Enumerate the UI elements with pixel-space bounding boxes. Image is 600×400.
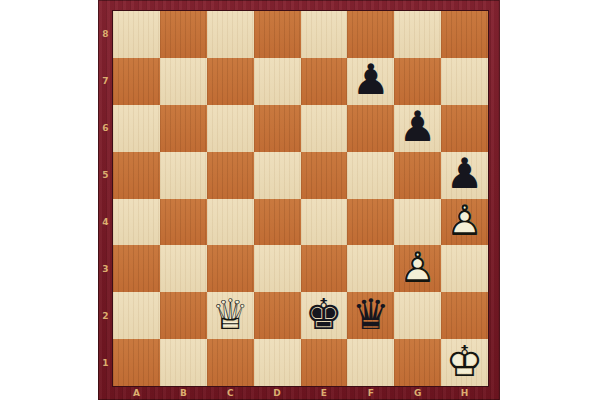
square-c8[interactable] <box>207 11 254 58</box>
rank-label-4: 4 <box>98 199 113 246</box>
file-label-h: H <box>441 386 488 400</box>
square-d2[interactable] <box>254 292 301 339</box>
square-a8[interactable] <box>113 11 160 58</box>
square-b5[interactable] <box>160 152 207 199</box>
rank-label-1: 1 <box>98 339 113 386</box>
square-d8[interactable] <box>254 11 301 58</box>
square-h6[interactable] <box>441 105 488 152</box>
piece-white-king: ♚♔ <box>441 339 488 386</box>
chess-board: ♟♟♟♟♙♟♙♛♕♚♛♚♔ <box>113 11 488 386</box>
square-f4[interactable] <box>347 199 394 246</box>
piece-white-pawn: ♟♙ <box>441 199 488 246</box>
piece-white-queen: ♛♕ <box>207 292 254 339</box>
square-f3[interactable] <box>347 245 394 292</box>
square-h7[interactable] <box>441 58 488 105</box>
square-g8[interactable] <box>394 11 441 58</box>
square-b8[interactable] <box>160 11 207 58</box>
file-label-f: F <box>347 386 394 400</box>
square-c1[interactable] <box>207 339 254 386</box>
square-f5[interactable] <box>347 152 394 199</box>
piece-black-pawn: ♟ <box>347 58 394 105</box>
square-d5[interactable] <box>254 152 301 199</box>
rank-label-2: 2 <box>98 292 113 339</box>
square-a3[interactable] <box>113 245 160 292</box>
rank-label-3: 3 <box>98 245 113 292</box>
square-d3[interactable] <box>254 245 301 292</box>
square-f7[interactable]: ♟ <box>347 58 394 105</box>
square-b4[interactable] <box>160 199 207 246</box>
rank-labels: 87654321 <box>98 11 113 386</box>
square-f8[interactable] <box>347 11 394 58</box>
square-h4[interactable]: ♟♙ <box>441 199 488 246</box>
square-h3[interactable] <box>441 245 488 292</box>
square-g1[interactable] <box>394 339 441 386</box>
square-d6[interactable] <box>254 105 301 152</box>
piece-white-pawn: ♟♙ <box>394 245 441 292</box>
square-a6[interactable] <box>113 105 160 152</box>
square-d4[interactable] <box>254 199 301 246</box>
square-c5[interactable] <box>207 152 254 199</box>
square-f1[interactable] <box>347 339 394 386</box>
file-label-c: C <box>207 386 254 400</box>
square-b6[interactable] <box>160 105 207 152</box>
square-g4[interactable] <box>394 199 441 246</box>
square-g5[interactable] <box>394 152 441 199</box>
square-b2[interactable] <box>160 292 207 339</box>
square-b1[interactable] <box>160 339 207 386</box>
square-e6[interactable] <box>301 105 348 152</box>
square-h5[interactable]: ♟ <box>441 152 488 199</box>
rank-label-8: 8 <box>98 11 113 58</box>
square-e2[interactable]: ♚ <box>301 292 348 339</box>
square-e5[interactable] <box>301 152 348 199</box>
square-a4[interactable] <box>113 199 160 246</box>
square-a2[interactable] <box>113 292 160 339</box>
square-g7[interactable] <box>394 58 441 105</box>
square-f6[interactable] <box>347 105 394 152</box>
piece-black-pawn: ♟ <box>394 105 441 152</box>
square-d7[interactable] <box>254 58 301 105</box>
square-h1[interactable]: ♚♔ <box>441 339 488 386</box>
piece-black-pawn: ♟ <box>441 152 488 199</box>
file-label-d: D <box>254 386 301 400</box>
square-g6[interactable]: ♟ <box>394 105 441 152</box>
rank-label-5: 5 <box>98 152 113 199</box>
piece-black-king: ♚ <box>301 292 348 339</box>
square-b3[interactable] <box>160 245 207 292</box>
square-h8[interactable] <box>441 11 488 58</box>
rank-label-6: 6 <box>98 105 113 152</box>
square-c3[interactable] <box>207 245 254 292</box>
square-e1[interactable] <box>301 339 348 386</box>
square-a5[interactable] <box>113 152 160 199</box>
board-frame: 87654321 ♟♟♟♟♙♟♙♛♕♚♛♚♔ ABCDEFGH <box>98 0 500 400</box>
square-d1[interactable] <box>254 339 301 386</box>
square-a7[interactable] <box>113 58 160 105</box>
square-h2[interactable] <box>441 292 488 339</box>
rank-label-7: 7 <box>98 58 113 105</box>
square-c2[interactable]: ♛♕ <box>207 292 254 339</box>
file-label-b: B <box>160 386 207 400</box>
file-labels: ABCDEFGH <box>113 386 488 400</box>
piece-black-queen: ♛ <box>347 292 394 339</box>
square-c4[interactable] <box>207 199 254 246</box>
square-e8[interactable] <box>301 11 348 58</box>
file-label-g: G <box>394 386 441 400</box>
square-f2[interactable]: ♛ <box>347 292 394 339</box>
file-label-a: A <box>113 386 160 400</box>
square-e3[interactable] <box>301 245 348 292</box>
square-c6[interactable] <box>207 105 254 152</box>
file-label-e: E <box>301 386 348 400</box>
square-g3[interactable]: ♟♙ <box>394 245 441 292</box>
square-b7[interactable] <box>160 58 207 105</box>
square-g2[interactable] <box>394 292 441 339</box>
square-c7[interactable] <box>207 58 254 105</box>
square-e7[interactable] <box>301 58 348 105</box>
square-e4[interactable] <box>301 199 348 246</box>
square-a1[interactable] <box>113 339 160 386</box>
chess-diagram: 87654321 ♟♟♟♟♙♟♙♛♕♚♛♚♔ ABCDEFGH <box>0 0 600 400</box>
